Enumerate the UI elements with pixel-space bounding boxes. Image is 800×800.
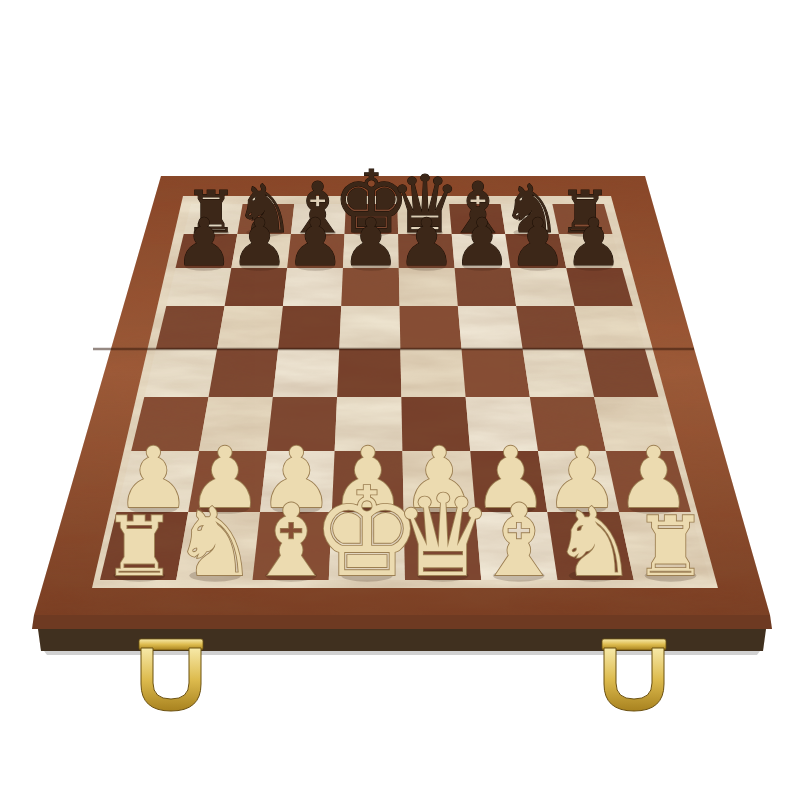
white-knight: ♞	[552, 487, 637, 597]
black-pawn: ♟	[453, 204, 512, 280]
white-rook: ♜	[634, 499, 708, 594]
black-pawn: ♟	[286, 204, 345, 280]
black-pawn: ♟	[564, 204, 623, 280]
chess-set-photo: ♜♞♝♚♛♝♞♜♟♟♟♟♟♟♟♟♟♟♟♟♟♟♟♟♜♞♝♚♛♝♞♜	[0, 0, 800, 800]
black-pawn: ♟	[342, 204, 401, 280]
white-bishop: ♝	[474, 483, 563, 598]
right-latch	[602, 639, 666, 711]
latch-loop	[604, 648, 664, 711]
black-pawn: ♟	[175, 204, 234, 280]
black-pawn: ♟	[508, 204, 567, 280]
left-latch	[139, 639, 203, 711]
white-knight: ♞	[173, 487, 258, 597]
white-rook: ♜	[102, 499, 176, 594]
product-photo: ♜♞♝♚♛♝♞♜♟♟♟♟♟♟♟♟♟♟♟♟♟♟♟♟♜♞♝♚♛♝♞♜	[0, 0, 800, 800]
latch-loop	[141, 648, 201, 711]
board-front-edge	[32, 615, 772, 629]
black-pawn: ♟	[230, 204, 289, 280]
black-pawn: ♟	[397, 204, 456, 280]
